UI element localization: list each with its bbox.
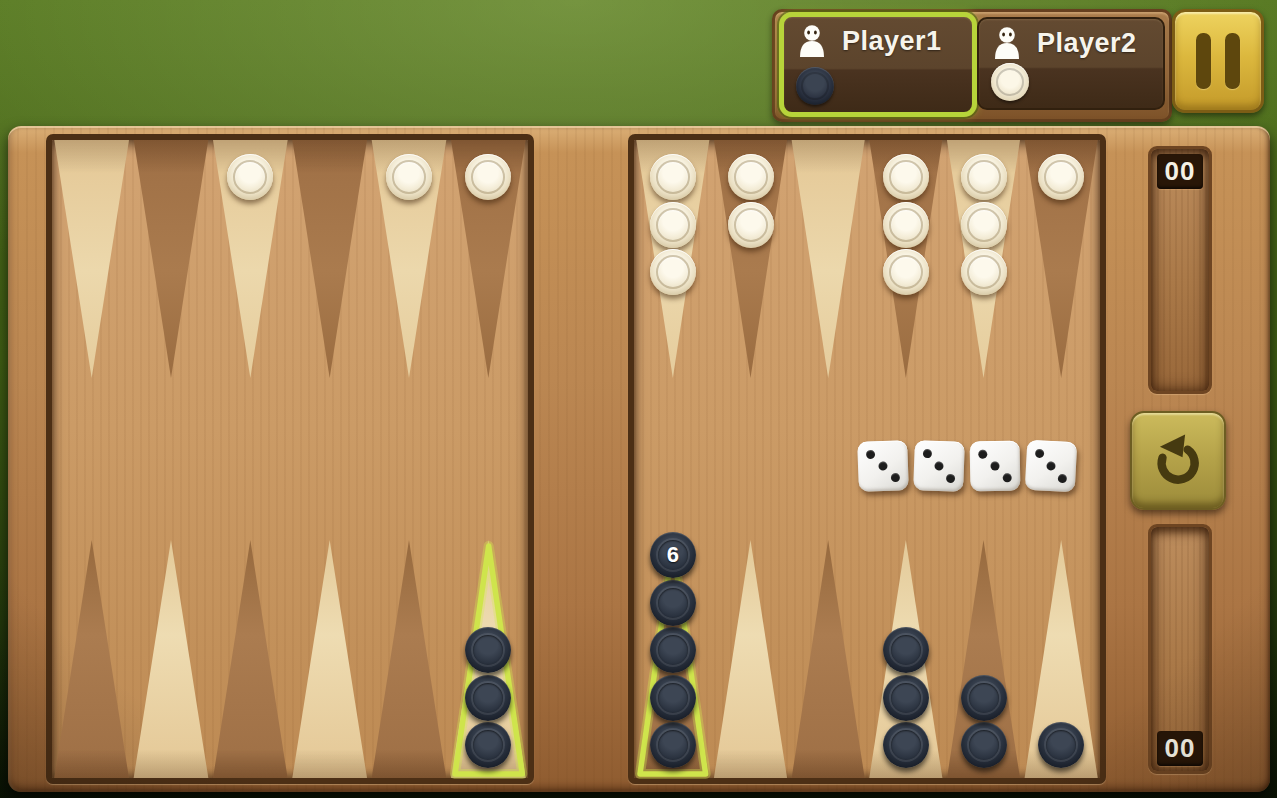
checker-white[interactable] <box>1038 154 1084 200</box>
checker-black[interactable] <box>650 722 696 768</box>
player1-card: Player1 <box>779 12 977 117</box>
die-pip <box>1003 473 1012 482</box>
checker-black[interactable] <box>883 627 929 673</box>
die-pip <box>946 474 955 483</box>
die-pip <box>1035 449 1044 458</box>
black-borne-off-count: 00 <box>1157 731 1203 766</box>
checker-white[interactable] <box>883 154 929 200</box>
checker-ring <box>656 160 690 194</box>
die-pip <box>1058 474 1067 483</box>
checker-ring <box>656 255 690 289</box>
checker-ring <box>392 160 426 194</box>
checker-black[interactable] <box>961 722 1007 768</box>
point-triangle <box>131 540 210 778</box>
die-1-value-3[interactable] <box>857 440 909 492</box>
checker-white[interactable] <box>650 202 696 248</box>
checker-black[interactable] <box>465 675 511 721</box>
die-pip <box>1046 461 1055 470</box>
point-left-bottom-5[interactable] <box>369 540 448 778</box>
player2-card: Player2 <box>977 17 1165 110</box>
player1-name: Player1 <box>842 26 942 57</box>
die-pip <box>878 461 887 470</box>
checker-ring <box>1044 160 1078 194</box>
point-left-top-2[interactable] <box>131 140 210 378</box>
player2-checker-icon <box>991 63 1029 101</box>
checker-white[interactable] <box>386 154 432 200</box>
point-triangle <box>290 140 369 378</box>
person-icon <box>794 23 830 59</box>
checker-black[interactable] <box>883 675 929 721</box>
bearoff-tray-white[interactable]: 00 <box>1148 146 1212 394</box>
point-left-top-1[interactable] <box>52 140 131 378</box>
checker-ring <box>967 208 1001 242</box>
checker-ring <box>734 160 768 194</box>
checker-white[interactable] <box>728 202 774 248</box>
checker-white[interactable] <box>465 154 511 200</box>
checker-ring <box>471 681 505 715</box>
undo-rotate-icon <box>1147 430 1209 492</box>
checker-ring <box>471 728 505 762</box>
point-left-bottom-2[interactable] <box>131 540 210 778</box>
white-borne-off-count: 00 <box>1157 154 1203 189</box>
checker-black[interactable] <box>650 627 696 673</box>
point-right-bottom-3[interactable] <box>789 540 867 778</box>
checker-black[interactable] <box>961 675 1007 721</box>
person-icon <box>989 25 1025 61</box>
checker-ring <box>967 681 1001 715</box>
checker-white[interactable] <box>961 202 1007 248</box>
die-3-value-3[interactable] <box>970 441 1021 492</box>
checker-ring <box>656 681 690 715</box>
point-right-bottom-2[interactable] <box>712 540 790 778</box>
point-left-bottom-4[interactable] <box>290 540 369 778</box>
pause-icon <box>1196 33 1211 89</box>
checker-white[interactable] <box>650 249 696 295</box>
pause-icon <box>1225 33 1240 89</box>
checker-white[interactable] <box>961 154 1007 200</box>
checker-black[interactable] <box>650 580 696 626</box>
point-triangle <box>290 540 369 778</box>
checker-ring <box>889 633 923 667</box>
point-triangle <box>52 540 131 778</box>
checker-black[interactable] <box>465 627 511 673</box>
point-triangle <box>789 140 867 378</box>
checker-white[interactable] <box>883 249 929 295</box>
checker-ring <box>889 160 923 194</box>
checker-ring <box>889 255 923 289</box>
point-left-top-4[interactable] <box>290 140 369 378</box>
player1-checker-icon <box>796 67 834 105</box>
undo-button[interactable] <box>1130 411 1226 510</box>
point-left-bottom-3[interactable] <box>211 540 290 778</box>
checker-white[interactable] <box>728 154 774 200</box>
checker-ring <box>471 160 505 194</box>
checker-ring <box>889 208 923 242</box>
checker-ring <box>233 160 267 194</box>
checker-ring <box>1044 728 1078 762</box>
checker-ring <box>967 160 1001 194</box>
checker-white[interactable] <box>961 249 1007 295</box>
die-pip <box>866 450 875 459</box>
checker-ring <box>656 208 690 242</box>
die-2-value-3[interactable] <box>913 440 965 492</box>
checker-ring <box>967 255 1001 289</box>
point-triangle <box>131 140 210 378</box>
backgammon-board: 6 00 00 <box>8 126 1270 792</box>
die-pip <box>978 450 987 459</box>
dice-tray <box>858 441 1076 491</box>
checker-black[interactable] <box>883 722 929 768</box>
stack-count-badge: 6 <box>650 532 696 578</box>
player2-name: Player2 <box>1037 28 1137 59</box>
point-triangle <box>369 540 448 778</box>
checker-white[interactable] <box>227 154 273 200</box>
checker-ring <box>734 208 768 242</box>
checker-ring <box>471 633 505 667</box>
point-right-top-3[interactable] <box>789 140 867 378</box>
point-triangle <box>789 540 867 778</box>
die-pip <box>990 461 999 470</box>
point-triangle <box>52 140 131 378</box>
checker-white[interactable] <box>650 154 696 200</box>
point-left-bottom-1[interactable] <box>52 540 131 778</box>
checker-ring <box>967 728 1001 762</box>
die-4-value-3[interactable] <box>1025 440 1078 493</box>
board-left-half <box>46 134 534 784</box>
point-triangle <box>712 540 790 778</box>
checker-ring <box>656 586 690 620</box>
player2-header: Player2 <box>989 25 1137 61</box>
checker-black[interactable] <box>1038 722 1084 768</box>
die-pip <box>934 461 943 470</box>
checker-ring <box>889 681 923 715</box>
point-triangle <box>211 540 290 778</box>
pause-button[interactable] <box>1172 9 1264 113</box>
checker-black[interactable] <box>650 675 696 721</box>
die-pip <box>891 473 900 482</box>
checker-ring <box>889 728 923 762</box>
bearoff-tray-black[interactable]: 00 <box>1148 524 1212 774</box>
checker-black[interactable] <box>465 722 511 768</box>
checker-white[interactable] <box>883 202 929 248</box>
player1-header: Player1 <box>794 23 942 59</box>
checker-ring <box>656 633 690 667</box>
die-pip <box>923 449 932 458</box>
checker-ring <box>656 728 690 762</box>
game-screen: Player1 Player2 6 00 <box>0 0 1277 798</box>
checker-black[interactable]: 6 <box>650 532 696 578</box>
